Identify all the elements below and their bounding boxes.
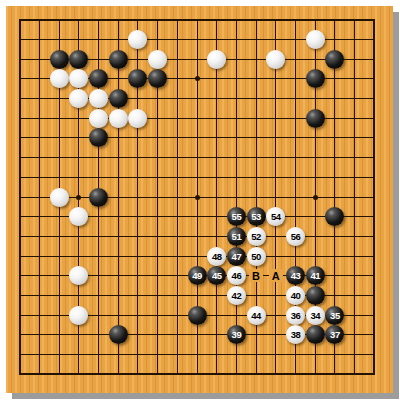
black-stone[interactable] xyxy=(306,325,325,344)
white-stone-move-46[interactable]: 46 xyxy=(227,266,246,285)
black-stone[interactable] xyxy=(89,69,108,88)
point-label-b: B xyxy=(249,269,263,282)
white-stone[interactable] xyxy=(69,69,88,88)
white-stone-move-52[interactable]: 52 xyxy=(247,227,266,246)
black-stone-move-45[interactable]: 45 xyxy=(207,266,226,285)
black-stone[interactable] xyxy=(306,286,325,305)
black-stone-move-35[interactable]: 35 xyxy=(325,306,344,325)
move-number: 45 xyxy=(212,266,222,285)
white-stone-move-34[interactable]: 34 xyxy=(306,306,325,325)
black-stone[interactable] xyxy=(325,50,344,69)
black-stone[interactable] xyxy=(109,89,128,108)
white-stone[interactable] xyxy=(89,109,108,128)
grid-line-vertical xyxy=(275,19,276,376)
white-stone[interactable] xyxy=(306,30,325,49)
white-stone-move-42[interactable]: 42 xyxy=(227,286,246,305)
move-number: 39 xyxy=(232,325,242,344)
move-number: 48 xyxy=(212,247,222,266)
point-label-a: A xyxy=(269,269,283,282)
move-number: 50 xyxy=(251,247,261,266)
white-stone-move-38[interactable]: 38 xyxy=(286,325,305,344)
white-stone-move-36[interactable]: 36 xyxy=(286,306,305,325)
star-point xyxy=(76,195,81,200)
grid-line-vertical xyxy=(236,19,237,376)
go-diagram: 5553545152564847504945464341424044363435… xyxy=(0,0,400,400)
move-number: 47 xyxy=(232,247,242,266)
white-stone[interactable] xyxy=(50,69,69,88)
black-stone[interactable] xyxy=(128,69,147,88)
move-number: 38 xyxy=(291,325,301,344)
white-stone[interactable] xyxy=(128,30,147,49)
black-stone[interactable] xyxy=(325,207,344,226)
grid-line-horizontal xyxy=(19,256,376,257)
black-stone-move-53[interactable]: 53 xyxy=(247,207,266,226)
black-stone[interactable] xyxy=(109,50,128,69)
black-stone[interactable] xyxy=(89,128,108,147)
white-stone-move-56[interactable]: 56 xyxy=(286,227,305,246)
black-stone-move-49[interactable]: 49 xyxy=(188,266,207,285)
white-stone-move-50[interactable]: 50 xyxy=(247,247,266,266)
white-stone[interactable] xyxy=(69,207,88,226)
black-stone[interactable] xyxy=(306,109,325,128)
black-stone-move-37[interactable]: 37 xyxy=(325,325,344,344)
black-stone-move-51[interactable]: 51 xyxy=(227,227,246,246)
white-stone[interactable] xyxy=(128,109,147,128)
white-stone[interactable] xyxy=(69,306,88,325)
move-number: 37 xyxy=(330,325,340,344)
black-stone[interactable] xyxy=(50,50,69,69)
move-number: 46 xyxy=(232,266,242,285)
move-number: 56 xyxy=(291,227,301,246)
move-number: 44 xyxy=(251,306,261,325)
move-number: 43 xyxy=(291,266,301,285)
star-point xyxy=(195,195,200,200)
white-stone[interactable] xyxy=(266,50,285,69)
move-number: 53 xyxy=(251,207,261,226)
grid-line-vertical xyxy=(354,19,355,376)
grid-line-horizontal xyxy=(19,354,376,355)
move-number: 51 xyxy=(232,227,242,246)
black-stone[interactable] xyxy=(69,50,88,69)
white-stone-move-48[interactable]: 48 xyxy=(207,247,226,266)
black-stone-move-41[interactable]: 41 xyxy=(306,266,325,285)
black-stone-move-47[interactable]: 47 xyxy=(227,247,246,266)
black-stone-move-39[interactable]: 39 xyxy=(227,325,246,344)
move-number: 40 xyxy=(291,286,301,305)
black-stone[interactable] xyxy=(148,69,167,88)
move-number: 36 xyxy=(291,306,301,325)
white-stone[interactable] xyxy=(207,50,226,69)
go-board[interactable]: 5553545152564847504945464341424044363435… xyxy=(6,6,393,393)
black-stone[interactable] xyxy=(89,188,108,207)
white-stone[interactable] xyxy=(69,89,88,108)
white-stone[interactable] xyxy=(50,188,69,207)
black-stone[interactable] xyxy=(306,69,325,88)
grid-line-vertical xyxy=(373,19,375,376)
black-stone[interactable] xyxy=(188,306,207,325)
move-number: 42 xyxy=(232,286,242,305)
star-point xyxy=(313,195,318,200)
white-stone-move-54[interactable]: 54 xyxy=(266,207,285,226)
move-number: 55 xyxy=(232,207,242,226)
black-stone-move-55[interactable]: 55 xyxy=(227,207,246,226)
white-stone[interactable] xyxy=(89,89,108,108)
grid-line-vertical xyxy=(216,19,217,376)
move-number: 54 xyxy=(271,207,281,226)
white-stone-move-40[interactable]: 40 xyxy=(286,286,305,305)
move-number: 49 xyxy=(192,266,202,285)
white-stone[interactable] xyxy=(148,50,167,69)
white-stone[interactable] xyxy=(109,109,128,128)
black-stone-move-43[interactable]: 43 xyxy=(286,266,305,285)
white-stone-move-44[interactable]: 44 xyxy=(247,306,266,325)
grid-line-horizontal xyxy=(19,373,376,375)
move-number: 34 xyxy=(310,306,320,325)
move-number: 41 xyxy=(310,266,320,285)
grid-line-horizontal xyxy=(19,236,376,237)
white-stone[interactable] xyxy=(69,266,88,285)
move-number: 35 xyxy=(330,306,340,325)
black-stone[interactable] xyxy=(109,325,128,344)
star-point xyxy=(195,76,200,81)
move-number: 52 xyxy=(251,227,261,246)
